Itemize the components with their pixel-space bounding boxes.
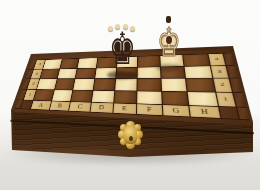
square-h2 [186,79,214,92]
square-d1 [92,90,114,102]
square-a2 [37,79,57,89]
clasp-keyhole [129,136,133,141]
square-e1 [114,91,137,104]
rank-label-2-right: 2 [213,78,231,91]
square-c4 [78,58,97,68]
clasp-plate [124,126,137,144]
square-g1 [162,91,189,105]
file-label-e: E [113,103,136,114]
square-f2 [138,79,161,91]
file-label-h: H [190,106,220,118]
king-finial-icon [166,16,171,23]
file-label-b: B [49,101,70,110]
square-h1 [188,92,218,106]
square-g2 [161,79,187,91]
file-label-g: G [163,105,190,117]
square-a1 [34,90,54,101]
square-h4 [183,54,209,66]
king-window-detail [166,36,172,44]
square-c1 [71,90,92,102]
square-c3 [76,68,96,78]
brass-clasp [117,121,144,149]
square-a3 [40,69,59,79]
border-corner [219,107,238,119]
square-b1 [52,90,73,101]
square-a4 [43,59,61,68]
file-label-c: C [69,102,91,112]
crown-ball-icon [123,24,128,29]
crown-ball-icon [108,26,113,31]
crown-ball-icon [115,24,120,29]
square-b3 [57,68,76,78]
rank-label-3-right: 3 [211,66,228,78]
black-king-piece: ♚ [104,24,140,78]
rank-label-1-right: 1 [216,92,235,106]
square-b4 [60,59,79,69]
square-d2 [93,79,114,90]
square-f1 [137,91,161,104]
square-c2 [73,79,94,90]
square-b2 [55,79,75,89]
square-e2 [115,79,137,91]
crown-ball-icon [130,26,135,31]
chess-box-photo: 44332211ABCDEFGH ♚ ♚ [0,0,260,190]
square-h3 [185,66,212,78]
file-label-a: A [31,101,51,110]
file-label-d: D [90,103,112,113]
rank-label-4-right: 4 [208,54,225,66]
white-king-piece: ♚ [152,18,186,70]
file-label-f: F [137,104,162,115]
